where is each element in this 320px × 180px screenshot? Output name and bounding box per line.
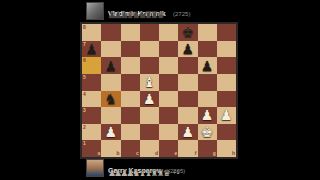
square-h7[interactable] xyxy=(217,41,236,58)
top-player-avatar xyxy=(86,2,104,20)
bottom-captured-pieces-tray: ♟♟♟♟♞♝♝♜♜♛+1 xyxy=(108,168,180,178)
square-h1[interactable]: h xyxy=(217,140,236,157)
black-king-f8: ♚ xyxy=(182,25,195,39)
square-f5[interactable] xyxy=(178,74,197,91)
rank-label-8: 8 xyxy=(83,25,86,30)
black-knight-b4: ♞ xyxy=(105,92,118,106)
square-h5[interactable] xyxy=(217,74,236,91)
square-a3[interactable]: 3 xyxy=(82,107,101,124)
square-b4[interactable]: ♞ xyxy=(101,91,120,108)
square-e6[interactable] xyxy=(159,57,178,74)
square-f4[interactable] xyxy=(178,91,197,108)
square-b2[interactable]: ♟ xyxy=(101,124,120,141)
white-pawn-b2: ♟ xyxy=(105,125,118,139)
square-b3[interactable] xyxy=(101,107,120,124)
material-advantage-badge: +1 xyxy=(173,169,180,175)
square-e1[interactable]: e xyxy=(159,140,178,157)
square-g2[interactable]: ♚ xyxy=(198,124,217,141)
square-e4[interactable] xyxy=(159,91,178,108)
square-g3[interactable]: ♟ xyxy=(198,107,217,124)
rank-label-1: 1 xyxy=(83,141,86,146)
captured-black-queen-icon: ♛ xyxy=(163,168,169,178)
file-label-c: c xyxy=(136,151,139,156)
square-a8[interactable]: 8 xyxy=(82,24,101,41)
square-d1[interactable]: d xyxy=(140,140,159,157)
square-f1[interactable]: f xyxy=(178,140,197,157)
square-e8[interactable] xyxy=(159,24,178,41)
square-a1[interactable]: 1a xyxy=(82,140,101,157)
white-pawn-g3: ♟ xyxy=(201,108,214,122)
square-h8[interactable] xyxy=(217,24,236,41)
square-b7[interactable] xyxy=(101,41,120,58)
square-e7[interactable] xyxy=(159,41,178,58)
white-bishop-d5: ♝ xyxy=(143,75,156,89)
square-d2[interactable] xyxy=(140,124,159,141)
square-d3[interactable] xyxy=(140,107,159,124)
square-e3[interactable] xyxy=(159,107,178,124)
bottom-player-avatar xyxy=(86,159,104,177)
video-frame: Vladimir Kramnik (2725) ♟♟♟♝♞♞♜♜♛ 8♚7♟♟6… xyxy=(0,0,320,180)
square-c4[interactable] xyxy=(121,91,140,108)
file-label-e: e xyxy=(174,151,177,156)
square-h4[interactable] xyxy=(217,91,236,108)
chess-board: 8♚7♟♟6♟♟5♝4♞♟3♟♟2♟♟♚1abcdefgh xyxy=(82,24,236,157)
file-label-a: a xyxy=(97,151,100,156)
square-b6[interactable]: ♟ xyxy=(101,57,120,74)
square-g6[interactable]: ♟ xyxy=(198,57,217,74)
square-c1[interactable]: c xyxy=(121,140,140,157)
square-c3[interactable] xyxy=(121,107,140,124)
square-f3[interactable] xyxy=(178,107,197,124)
square-a2[interactable]: 2 xyxy=(82,124,101,141)
black-pawn-b6: ♟ xyxy=(105,59,118,73)
square-c2[interactable] xyxy=(121,124,140,141)
square-b1[interactable]: b xyxy=(101,140,120,157)
white-king-g2: ♚ xyxy=(201,125,214,139)
file-label-h: h xyxy=(232,151,235,156)
square-h6[interactable] xyxy=(217,57,236,74)
square-d8[interactable] xyxy=(140,24,159,41)
black-pawn-a7: ♟ xyxy=(85,42,98,56)
rank-label-6: 6 xyxy=(83,58,86,63)
square-c7[interactable] xyxy=(121,41,140,58)
square-c8[interactable] xyxy=(121,24,140,41)
top-captured-pieces-tray: ♟♟♟♝♞♞♜♜♛ xyxy=(108,11,163,20)
rank-label-7: 7 xyxy=(83,42,86,47)
square-d5[interactable]: ♝ xyxy=(140,74,159,91)
rank-label-5: 5 xyxy=(83,75,86,80)
square-f8[interactable]: ♚ xyxy=(178,24,197,41)
square-g8[interactable] xyxy=(198,24,217,41)
square-a4[interactable]: 4 xyxy=(82,91,101,108)
square-f6[interactable] xyxy=(178,57,197,74)
square-a6[interactable]: 6 xyxy=(82,57,101,74)
file-label-g: g xyxy=(213,151,216,156)
square-b8[interactable] xyxy=(101,24,120,41)
square-g7[interactable] xyxy=(198,41,217,58)
square-d7[interactable] xyxy=(140,41,159,58)
captured-white-queen-icon: ♛ xyxy=(157,10,163,20)
square-g4[interactable] xyxy=(198,91,217,108)
white-pawn-d4: ♟ xyxy=(143,92,156,106)
file-label-f: f xyxy=(195,151,197,156)
white-pawn-h3: ♟ xyxy=(220,108,233,122)
square-e2[interactable] xyxy=(159,124,178,141)
top-player-bar: Vladimir Kramnik (2725) ♟♟♟♝♞♞♜♜♛ xyxy=(82,0,320,23)
file-label-d: d xyxy=(155,151,158,156)
square-e5[interactable] xyxy=(159,74,178,91)
square-g1[interactable]: g xyxy=(198,140,217,157)
white-pawn-f2: ♟ xyxy=(182,125,195,139)
bottom-player-bar: Garry Kasparov (2805) ♟♟♟♟♞♝♝♜♜♛+1 xyxy=(82,157,320,180)
square-h3[interactable]: ♟ xyxy=(217,107,236,124)
square-f2[interactable]: ♟ xyxy=(178,124,197,141)
rank-label-4: 4 xyxy=(83,92,86,97)
file-label-b: b xyxy=(116,151,119,156)
square-a5[interactable]: 5 xyxy=(82,74,101,91)
black-pawn-g6: ♟ xyxy=(201,59,214,73)
top-player-rating: (2725) xyxy=(173,11,190,17)
rank-label-2: 2 xyxy=(83,125,86,130)
square-c5[interactable] xyxy=(121,74,140,91)
square-d6[interactable] xyxy=(140,57,159,74)
square-a7[interactable]: 7♟ xyxy=(82,41,101,58)
square-c6[interactable] xyxy=(121,57,140,74)
black-pawn-f7: ♟ xyxy=(182,42,195,56)
square-b5[interactable] xyxy=(101,74,120,91)
square-d4[interactable]: ♟ xyxy=(140,91,159,108)
rank-label-3: 3 xyxy=(83,108,86,113)
square-h2[interactable] xyxy=(217,124,236,141)
square-f7[interactable]: ♟ xyxy=(178,41,197,58)
square-g5[interactable] xyxy=(198,74,217,91)
